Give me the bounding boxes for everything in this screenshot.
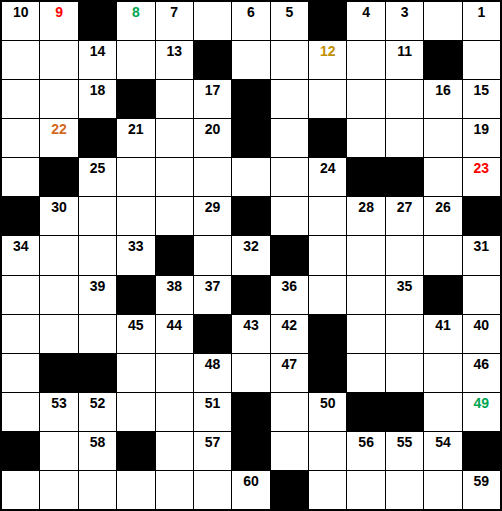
cell-r5c5[interactable] <box>156 158 193 196</box>
cell-r8c13[interactable] <box>463 276 500 314</box>
black-cell-r12c1 <box>2 432 39 470</box>
cell-r7c7[interactable]: 32 <box>232 236 269 274</box>
cell-r12c9[interactable] <box>309 432 346 470</box>
clue-number-45: 45 <box>117 315 154 332</box>
cell-r13c3[interactable] <box>79 471 116 509</box>
cell-r4c4[interactable]: 21 <box>117 119 154 157</box>
clue-number-5: 5 <box>271 2 308 19</box>
cell-r9c7[interactable]: 43 <box>232 315 269 353</box>
cell-r2c1[interactable] <box>2 41 39 79</box>
cell-r6c5[interactable] <box>156 197 193 235</box>
cell-r13c2[interactable] <box>40 471 77 509</box>
cell-r13c11[interactable] <box>386 471 423 509</box>
cell-r1c11[interactable]: 3 <box>386 2 423 40</box>
cell-r3c1[interactable] <box>2 80 39 118</box>
cell-r13c4[interactable] <box>117 471 154 509</box>
cell-r2c10[interactable] <box>347 41 384 79</box>
cell-r7c12[interactable] <box>424 236 461 274</box>
clue-number-27: 27 <box>386 197 423 214</box>
cell-r11c1[interactable] <box>2 393 39 431</box>
clue-number-35: 35 <box>386 276 423 293</box>
cell-r11c9[interactable]: 50 <box>309 393 346 431</box>
cell-r13c9[interactable] <box>309 471 346 509</box>
cell-r5c12[interactable] <box>424 158 461 196</box>
clue-number-22: 22 <box>40 119 77 136</box>
cell-r5c3[interactable]: 25 <box>79 158 116 196</box>
clue-number-38: 38 <box>156 276 193 293</box>
cell-r6c2[interactable]: 30 <box>40 197 77 235</box>
clue-number-26: 26 <box>424 197 461 214</box>
black-cell-r10c3 <box>79 354 116 392</box>
black-cell-r6c13 <box>463 197 500 235</box>
cell-r9c11[interactable] <box>386 315 423 353</box>
cell-r5c8[interactable] <box>271 158 308 196</box>
black-cell-r2c12 <box>424 41 461 79</box>
clue-number-8: 8 <box>117 2 154 19</box>
clue-number-14: 14 <box>79 41 116 58</box>
clue-number-40: 40 <box>463 315 500 332</box>
clue-number-30: 30 <box>40 197 77 214</box>
clue-number-54: 54 <box>424 432 461 449</box>
clue-number-3: 3 <box>386 2 423 19</box>
cell-r9c10[interactable] <box>347 315 384 353</box>
clue-number-7: 7 <box>156 2 193 19</box>
black-cell-r7c8 <box>271 236 308 274</box>
black-cell-r11c11 <box>386 393 423 431</box>
clue-number-44: 44 <box>156 315 193 332</box>
black-cell-r1c3 <box>79 2 116 40</box>
cell-r11c5[interactable] <box>156 393 193 431</box>
cell-r12c6[interactable]: 57 <box>194 432 231 470</box>
cell-r10c5[interactable] <box>156 354 193 392</box>
cell-r7c6[interactable] <box>194 236 231 274</box>
cell-r3c5[interactable] <box>156 80 193 118</box>
cell-r5c7[interactable] <box>232 158 269 196</box>
clue-number-32: 32 <box>232 236 269 253</box>
cell-r6c6[interactable]: 29 <box>194 197 231 235</box>
cell-r9c2[interactable] <box>40 315 77 353</box>
clue-number-36: 36 <box>271 276 308 293</box>
cell-r2c13[interactable] <box>463 41 500 79</box>
cell-r12c3[interactable]: 58 <box>79 432 116 470</box>
cell-r9c8[interactable]: 42 <box>271 315 308 353</box>
black-cell-r5c11 <box>386 158 423 196</box>
clue-number-31: 31 <box>463 236 500 253</box>
cell-r5c13[interactable]: 23 <box>463 158 500 196</box>
clue-number-59: 59 <box>463 471 500 488</box>
crossword-grid: 1098765431141312111817161522212019252423… <box>0 0 502 511</box>
clue-number-10: 10 <box>2 2 39 19</box>
cell-r4c5[interactable] <box>156 119 193 157</box>
cell-r12c12[interactable]: 54 <box>424 432 461 470</box>
cell-r11c6[interactable]: 51 <box>194 393 231 431</box>
black-cell-r2c6 <box>194 41 231 79</box>
clue-number-60: 60 <box>232 471 269 488</box>
clue-number-53: 53 <box>40 393 77 410</box>
cell-r10c7[interactable] <box>232 354 269 392</box>
cell-r4c12[interactable] <box>424 119 461 157</box>
cell-r7c13[interactable]: 31 <box>463 236 500 274</box>
cell-r8c10[interactable] <box>347 276 384 314</box>
cell-r5c6[interactable] <box>194 158 231 196</box>
clue-number-28: 28 <box>347 197 384 214</box>
cell-r8c6[interactable]: 37 <box>194 276 231 314</box>
cell-r6c3[interactable] <box>79 197 116 235</box>
cell-r8c9[interactable] <box>309 276 346 314</box>
clue-number-21: 21 <box>117 119 154 136</box>
clue-number-49: 49 <box>463 393 500 410</box>
clue-number-43: 43 <box>232 315 269 332</box>
cell-r3c13[interactable]: 15 <box>463 80 500 118</box>
cell-r1c2[interactable]: 9 <box>40 2 77 40</box>
cell-r13c1[interactable] <box>2 471 39 509</box>
cell-r12c5[interactable] <box>156 432 193 470</box>
cell-r2c7[interactable] <box>232 41 269 79</box>
cell-r11c12[interactable] <box>424 393 461 431</box>
cell-r2c9[interactable]: 12 <box>309 41 346 79</box>
cell-r2c11[interactable]: 11 <box>386 41 423 79</box>
black-cell-r4c3 <box>79 119 116 157</box>
clue-number-34: 34 <box>2 236 39 253</box>
cell-r10c12[interactable] <box>424 354 461 392</box>
clue-number-52: 52 <box>79 393 116 410</box>
cell-r11c2[interactable]: 53 <box>40 393 77 431</box>
cell-r1c1[interactable]: 10 <box>2 2 39 40</box>
cell-r7c4[interactable]: 33 <box>117 236 154 274</box>
cell-r12c2[interactable] <box>40 432 77 470</box>
cell-r8c11[interactable]: 35 <box>386 276 423 314</box>
cell-r10c1[interactable] <box>2 354 39 392</box>
black-cell-r11c7 <box>232 393 269 431</box>
clue-number-9: 9 <box>40 2 77 19</box>
cell-r10c8[interactable]: 47 <box>271 354 308 392</box>
cell-r13c13[interactable]: 59 <box>463 471 500 509</box>
clue-number-29: 29 <box>194 197 231 214</box>
cell-r11c13[interactable]: 49 <box>463 393 500 431</box>
cell-r12c11[interactable]: 55 <box>386 432 423 470</box>
cell-r11c8[interactable] <box>271 393 308 431</box>
cell-r11c4[interactable] <box>117 393 154 431</box>
cell-r3c9[interactable] <box>309 80 346 118</box>
clue-number-1: 1 <box>463 2 500 19</box>
cell-r4c11[interactable] <box>386 119 423 157</box>
clue-number-25: 25 <box>79 158 116 175</box>
black-cell-r7c5 <box>156 236 193 274</box>
cell-r6c12[interactable]: 26 <box>424 197 461 235</box>
cell-r7c3[interactable] <box>79 236 116 274</box>
cell-r13c12[interactable] <box>424 471 461 509</box>
black-cell-r5c10 <box>347 158 384 196</box>
cell-r9c13[interactable]: 40 <box>463 315 500 353</box>
cell-r1c4[interactable]: 8 <box>117 2 154 40</box>
cell-r9c1[interactable] <box>2 315 39 353</box>
black-cell-r10c9 <box>309 354 346 392</box>
clue-number-39: 39 <box>79 276 116 293</box>
clue-number-17: 17 <box>194 80 231 97</box>
black-cell-r8c4 <box>117 276 154 314</box>
cell-r9c4[interactable]: 45 <box>117 315 154 353</box>
black-cell-r5c2 <box>40 158 77 196</box>
cell-r12c8[interactable] <box>271 432 308 470</box>
cell-r2c3[interactable]: 14 <box>79 41 116 79</box>
cell-r9c3[interactable] <box>79 315 116 353</box>
cell-r6c8[interactable] <box>271 197 308 235</box>
black-cell-r8c12 <box>424 276 461 314</box>
cell-r9c5[interactable]: 44 <box>156 315 193 353</box>
black-cell-r13c8 <box>271 471 308 509</box>
cell-r7c1[interactable]: 34 <box>2 236 39 274</box>
cell-r1c7[interactable]: 6 <box>232 2 269 40</box>
black-cell-r4c9 <box>309 119 346 157</box>
cell-r13c5[interactable] <box>156 471 193 509</box>
black-cell-r4c7 <box>232 119 269 157</box>
cell-r3c3[interactable]: 18 <box>79 80 116 118</box>
black-cell-r3c4 <box>117 80 154 118</box>
clue-number-16: 16 <box>424 80 461 97</box>
black-cell-r12c13 <box>463 432 500 470</box>
cell-r3c8[interactable] <box>271 80 308 118</box>
cell-r7c10[interactable] <box>347 236 384 274</box>
cell-r2c2[interactable] <box>40 41 77 79</box>
cell-r10c13[interactable]: 46 <box>463 354 500 392</box>
cell-r7c9[interactable] <box>309 236 346 274</box>
cell-r10c10[interactable] <box>347 354 384 392</box>
cell-r8c1[interactable] <box>2 276 39 314</box>
cell-r4c10[interactable] <box>347 119 384 157</box>
clue-number-57: 57 <box>194 432 231 449</box>
cell-r3c12[interactable]: 16 <box>424 80 461 118</box>
cell-r8c5[interactable]: 38 <box>156 276 193 314</box>
cell-r13c6[interactable] <box>194 471 231 509</box>
clue-number-58: 58 <box>79 432 116 449</box>
cell-r10c6[interactable]: 48 <box>194 354 231 392</box>
cell-r4c2[interactable]: 22 <box>40 119 77 157</box>
cell-r8c2[interactable] <box>40 276 77 314</box>
clue-number-24: 24 <box>309 158 346 175</box>
clue-number-11: 11 <box>386 41 423 58</box>
cell-r2c5[interactable]: 13 <box>156 41 193 79</box>
clue-number-37: 37 <box>194 276 231 293</box>
cell-r3c10[interactable] <box>347 80 384 118</box>
black-cell-r12c7 <box>232 432 269 470</box>
cell-r9c12[interactable]: 41 <box>424 315 461 353</box>
cell-r4c13[interactable]: 19 <box>463 119 500 157</box>
black-cell-r6c1 <box>2 197 39 235</box>
cell-r11c3[interactable]: 52 <box>79 393 116 431</box>
clue-number-46: 46 <box>463 354 500 371</box>
cell-r10c4[interactable] <box>117 354 154 392</box>
cell-r4c8[interactable] <box>271 119 308 157</box>
clue-number-6: 6 <box>232 2 269 19</box>
cell-r7c11[interactable] <box>386 236 423 274</box>
clue-number-19: 19 <box>463 119 500 136</box>
clue-number-15: 15 <box>463 80 500 97</box>
cell-r1c6[interactable] <box>194 2 231 40</box>
cell-r12c10[interactable]: 56 <box>347 432 384 470</box>
cell-r6c9[interactable] <box>309 197 346 235</box>
clue-number-33: 33 <box>117 236 154 253</box>
cell-r6c10[interactable]: 28 <box>347 197 384 235</box>
clue-number-56: 56 <box>347 432 384 449</box>
cell-r1c8[interactable]: 5 <box>271 2 308 40</box>
black-cell-r12c4 <box>117 432 154 470</box>
cell-r6c11[interactable]: 27 <box>386 197 423 235</box>
cell-r13c10[interactable] <box>347 471 384 509</box>
black-cell-r11c10 <box>347 393 384 431</box>
clue-number-41: 41 <box>424 315 461 332</box>
black-cell-r9c9 <box>309 315 346 353</box>
cell-r13c7[interactable]: 60 <box>232 471 269 509</box>
black-cell-r1c9 <box>309 2 346 40</box>
cell-r3c2[interactable] <box>40 80 77 118</box>
clue-number-47: 47 <box>271 354 308 371</box>
clue-number-48: 48 <box>194 354 231 371</box>
cell-r7c2[interactable] <box>40 236 77 274</box>
cell-r3c6[interactable]: 17 <box>194 80 231 118</box>
clue-number-20: 20 <box>194 119 231 136</box>
black-cell-r6c7 <box>232 197 269 235</box>
cell-r1c12[interactable] <box>424 2 461 40</box>
black-cell-r8c7 <box>232 276 269 314</box>
cell-r1c13[interactable]: 1 <box>463 2 500 40</box>
cell-r8c3[interactable]: 39 <box>79 276 116 314</box>
black-cell-r3c7 <box>232 80 269 118</box>
clue-number-55: 55 <box>386 432 423 449</box>
cell-r4c6[interactable]: 20 <box>194 119 231 157</box>
cell-r1c10[interactable]: 4 <box>347 2 384 40</box>
clue-number-4: 4 <box>347 2 384 19</box>
cell-r5c1[interactable] <box>2 158 39 196</box>
cell-r1c5[interactable]: 7 <box>156 2 193 40</box>
cell-r5c9[interactable]: 24 <box>309 158 346 196</box>
black-cell-r10c2 <box>40 354 77 392</box>
cell-r10c11[interactable] <box>386 354 423 392</box>
cell-r2c8[interactable] <box>271 41 308 79</box>
clue-number-23: 23 <box>463 158 500 175</box>
cell-r6c4[interactable] <box>117 197 154 235</box>
cell-r8c8[interactable]: 36 <box>271 276 308 314</box>
clue-number-51: 51 <box>194 393 231 410</box>
clue-number-50: 50 <box>309 393 346 410</box>
clue-number-42: 42 <box>271 315 308 332</box>
cell-r4c1[interactable] <box>2 119 39 157</box>
clue-number-13: 13 <box>156 41 193 58</box>
cell-r3c11[interactable] <box>386 80 423 118</box>
clue-number-18: 18 <box>79 80 116 97</box>
cell-r5c4[interactable] <box>117 158 154 196</box>
cell-r2c4[interactable] <box>117 41 154 79</box>
black-cell-r9c6 <box>194 315 231 353</box>
clue-number-12: 12 <box>309 41 346 58</box>
